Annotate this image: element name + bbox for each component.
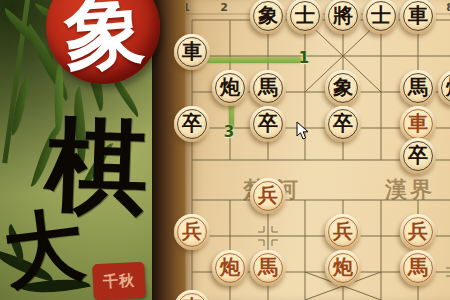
piece-black-soldier[interactable]: 卒 (400, 138, 436, 174)
piece-black-elephant[interactable]: 象 (325, 70, 361, 106)
piece-glyph: 車 (408, 2, 428, 29)
piece-red-cannon[interactable]: 炮 (325, 250, 361, 286)
column-label-2: 2 (217, 1, 231, 14)
piece-glyph: 象 (258, 2, 278, 29)
piece-red-soldier[interactable]: 兵 (250, 178, 286, 214)
piece-glyph: 卒 (408, 142, 428, 169)
piece-glyph: 兵 (333, 218, 353, 245)
piece-glyph: 車 (182, 294, 202, 300)
piece-red-soldier[interactable]: 兵 (325, 214, 361, 250)
red-seal-stamp: 千秋 (92, 262, 146, 300)
piece-black-soldier[interactable]: 卒 (325, 106, 361, 142)
piece-glyph: 卒 (258, 110, 278, 137)
piece-glyph: 兵 (182, 218, 202, 245)
piece-black-horse[interactable]: 馬 (250, 70, 286, 106)
piece-red-horse[interactable]: 馬 (250, 250, 286, 286)
piece-glyph: 將 (333, 2, 353, 29)
piece-glyph: 兵 (258, 182, 278, 209)
piece-glyph: 士 (371, 2, 391, 29)
piece-red-soldier[interactable]: 兵 (174, 214, 210, 250)
piece-black-horse[interactable]: 馬 (400, 70, 436, 106)
piece-glyph: 車 (408, 110, 428, 137)
da-character: 大 (0, 192, 90, 300)
piece-glyph: 馬 (408, 74, 428, 101)
piece-glyph: 卒 (333, 110, 353, 137)
piece-glyph: 炮 (446, 74, 450, 101)
mouse-cursor-icon (296, 121, 310, 141)
piece-glyph: 馬 (258, 74, 278, 101)
piece-glyph: 象 (333, 74, 353, 101)
seal-text: 千秋 (103, 271, 136, 292)
piece-black-chariot[interactable]: 車 (174, 34, 210, 70)
piece-red-soldier[interactable]: 兵 (400, 214, 436, 250)
piece-glyph: 炮 (220, 254, 240, 281)
move-number-badge-3: 3 (224, 123, 234, 141)
xiangqi-game-screen: 楚河 漢界 12345678 象士將士車車炮馬象馬炮卒卒卒車卒兵兵兵兵炮馬炮馬車… (0, 0, 450, 300)
column-label-8: 8 (443, 1, 450, 14)
emblem-xiang-character: 象 (61, 0, 148, 90)
move-trail-1 (206, 57, 302, 63)
piece-black-soldier[interactable]: 卒 (250, 106, 286, 142)
piece-glyph: 炮 (333, 254, 353, 281)
piece-glyph: 卒 (182, 110, 202, 137)
piece-red-horse[interactable]: 馬 (400, 250, 436, 286)
sidebar-banner: 象 棋 大 千秋 (0, 0, 152, 300)
piece-glyph: 士 (295, 2, 315, 29)
move-number-badge-1: 1 (299, 49, 309, 67)
piece-glyph: 車 (182, 38, 202, 65)
piece-glyph: 炮 (220, 74, 240, 101)
piece-glyph: 馬 (258, 254, 278, 281)
river-label-han-jie: 漢界 (385, 175, 435, 205)
piece-black-soldier[interactable]: 卒 (174, 106, 210, 142)
piece-red-cannon[interactable]: 炮 (212, 250, 248, 286)
piece-black-cannon[interactable]: 炮 (212, 70, 248, 106)
piece-red-chariot[interactable]: 車 (400, 106, 436, 142)
piece-glyph: 馬 (408, 254, 428, 281)
piece-glyph: 兵 (408, 218, 428, 245)
